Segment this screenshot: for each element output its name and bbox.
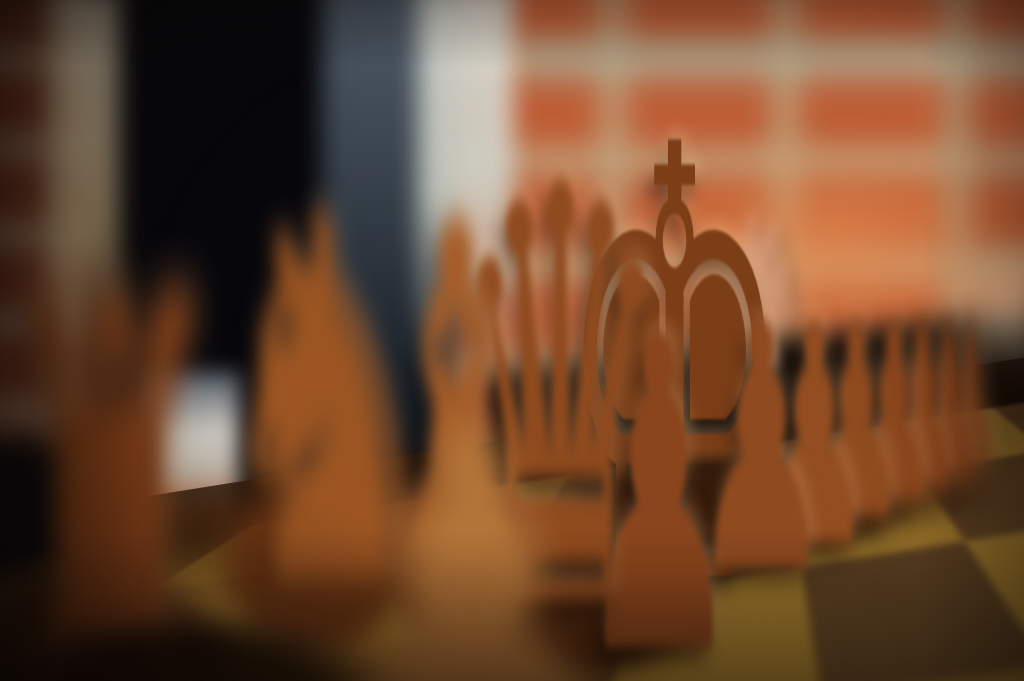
chess-photo: ♜♞♝♛♚♞♟♟♟♟♟♟♟♟♟●●●●●● (0, 0, 1024, 681)
bottom-left-dark: ● (0, 580, 387, 681)
